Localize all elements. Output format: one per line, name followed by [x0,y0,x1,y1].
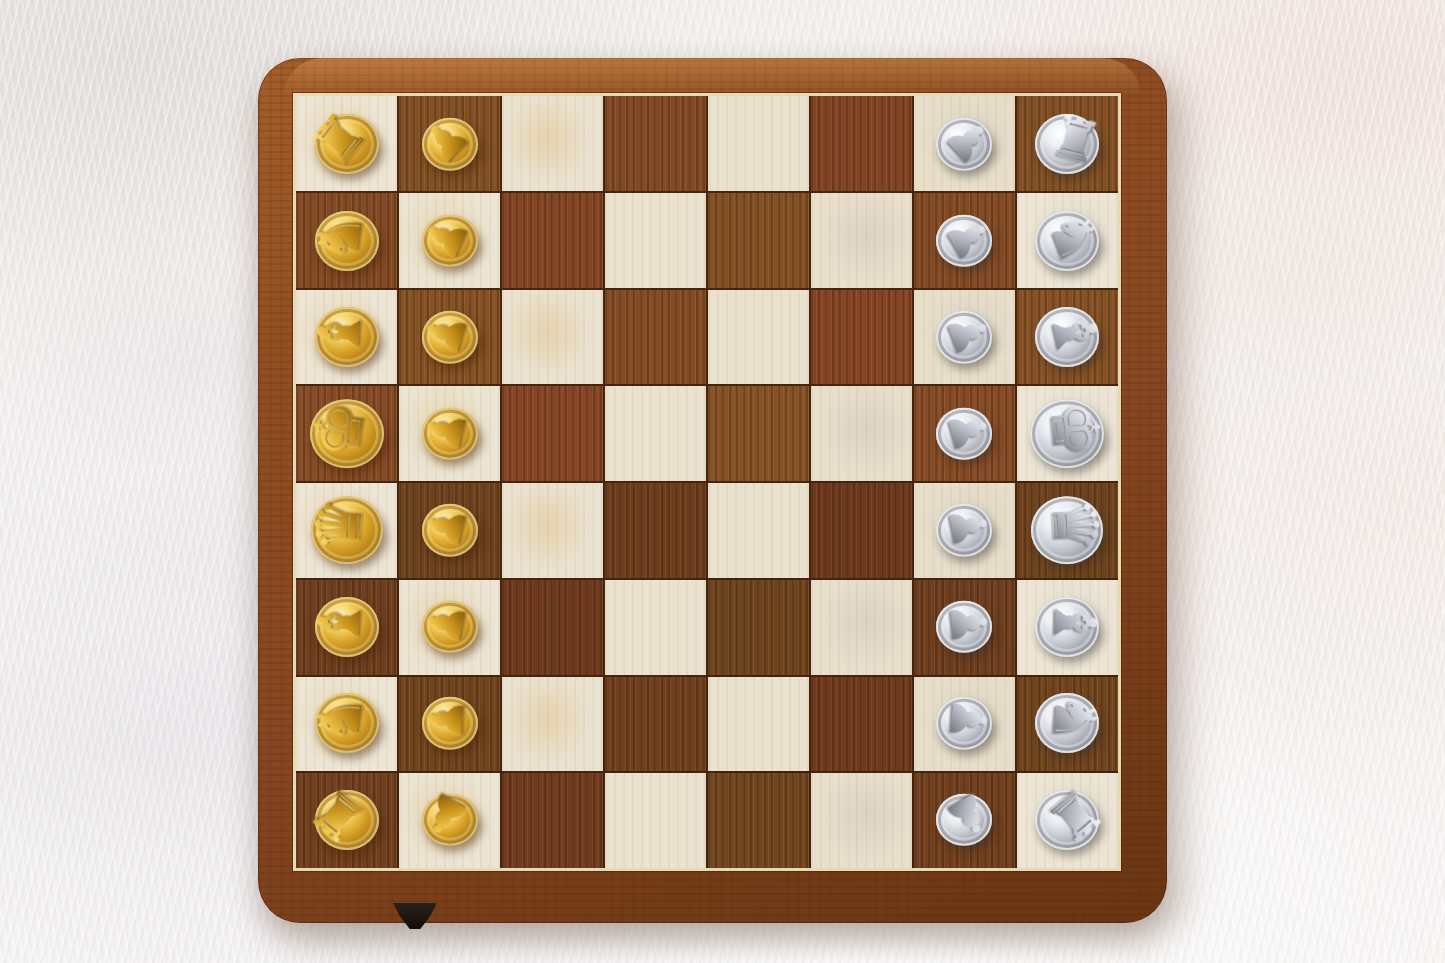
piece-glyph: ♟ [416,306,475,362]
chess-board: ♜♞♝♚♛♝♞♜♟♟♟♟♟♟♟♟♟♟♟♟♟♟♟♟♜♞♝♚♛♝♞♜ [258,58,1167,923]
piece-glyph: ♝ [308,304,370,361]
piece-glyph: ♟ [943,696,995,743]
piece-glyph: ♟ [941,501,996,552]
piece-glyph: ♚ [303,395,376,463]
board-playing-area: ♜♞♝♚♛♝♞♜♟♟♟♟♟♟♟♟♟♟♟♟♟♟♟♟♜♞♝♚♛♝♞♜ [293,93,1121,871]
piece-glyph: ♞ [306,205,372,266]
piece-glyph: ♝ [1045,595,1105,649]
pieces-layer: ♜♞♝♚♛♝♞♜♟♟♟♟♟♟♟♟♟♟♟♟♟♟♟♟♜♞♝♚♛♝♞♜ [296,96,1118,868]
piece-glyph: ♟ [417,597,473,649]
piece-glyph: ♚ [1040,397,1109,460]
board-border-sheen [284,58,1141,96]
piece-glyph: ♞ [1043,690,1105,747]
piece-glyph: ♛ [306,495,373,556]
piece-glyph: ♞ [306,688,372,749]
piece-glyph: ♛ [1043,496,1107,554]
piece-glyph: ♟ [420,696,472,743]
piece-glyph: ♝ [308,594,370,651]
scene: ♜♞♝♚♛♝♞♜♟♟♟♟♟♟♟♟♟♟♟♟♟♟♟♟♜♞♝♚♛♝♞♜ [0,0,1445,963]
piece-glyph: ♟ [943,599,995,646]
